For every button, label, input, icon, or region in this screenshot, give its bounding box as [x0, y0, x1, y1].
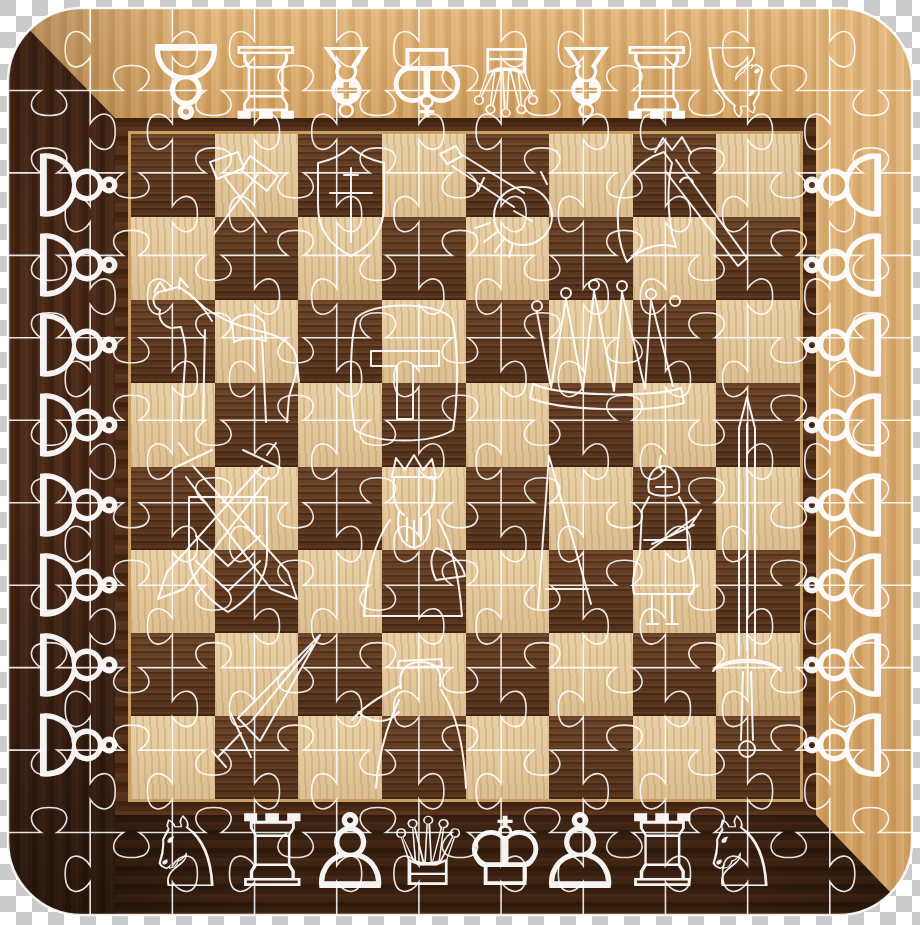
- square-d8: [382, 134, 466, 217]
- square-b4: [215, 467, 299, 550]
- square-a2: [131, 633, 215, 716]
- square-d5: [382, 383, 466, 466]
- square-f4: [549, 467, 633, 550]
- square-c8: [298, 134, 382, 217]
- square-a3: [131, 550, 215, 633]
- square-a7: [131, 217, 215, 300]
- border-wood-left: [8, 8, 115, 915]
- square-f6: [549, 300, 633, 383]
- square-g6: [633, 300, 717, 383]
- square-f1: [549, 716, 633, 799]
- square-c7: [298, 217, 382, 300]
- square-a4: [131, 467, 215, 550]
- square-f5: [549, 383, 633, 466]
- square-g5: [633, 383, 717, 466]
- square-f8: [549, 134, 633, 217]
- square-d7: [382, 217, 466, 300]
- square-b7: [215, 217, 299, 300]
- square-c1: [298, 716, 382, 799]
- square-a8: [131, 134, 215, 217]
- square-h7: [716, 217, 800, 300]
- border-wood-right: [816, 8, 912, 915]
- square-c5: [298, 383, 382, 466]
- square-h1: [716, 716, 800, 799]
- square-e2: [466, 633, 550, 716]
- square-b2: [215, 633, 299, 716]
- square-h2: [716, 633, 800, 716]
- square-d2: [382, 633, 466, 716]
- square-a5: [131, 383, 215, 466]
- square-d1: [382, 716, 466, 799]
- square-g7: [633, 217, 717, 300]
- square-b5: [215, 383, 299, 466]
- square-h6: [716, 300, 800, 383]
- square-e8: [466, 134, 550, 217]
- square-e5: [466, 383, 550, 466]
- jigsaw-puzzle-chessboard-image: { "game": "chess", "description": "Decor…: [0, 0, 920, 925]
- square-d4: [382, 467, 466, 550]
- square-c4: [298, 467, 382, 550]
- square-e4: [466, 467, 550, 550]
- square-g2: [633, 633, 717, 716]
- puzzle-plate: [8, 8, 912, 915]
- square-e7: [466, 217, 550, 300]
- square-b3: [215, 550, 299, 633]
- square-f7: [549, 217, 633, 300]
- square-g8: [633, 134, 717, 217]
- square-b1: [215, 716, 299, 799]
- border-wood-bottom: [8, 815, 912, 915]
- square-g3: [633, 550, 717, 633]
- square-h5: [716, 383, 800, 466]
- chessboard: [128, 131, 803, 802]
- square-c2: [298, 633, 382, 716]
- square-b6: [215, 300, 299, 383]
- square-g4: [633, 467, 717, 550]
- square-f2: [549, 633, 633, 716]
- square-b8: [215, 134, 299, 217]
- square-a1: [131, 716, 215, 799]
- square-c3: [298, 550, 382, 633]
- board-frame: [115, 118, 816, 815]
- square-e6: [466, 300, 550, 383]
- square-e1: [466, 716, 550, 799]
- square-e3: [466, 550, 550, 633]
- square-h8: [716, 134, 800, 217]
- square-g1: [633, 716, 717, 799]
- square-f3: [549, 550, 633, 633]
- square-c6: [298, 300, 382, 383]
- square-d3: [382, 550, 466, 633]
- square-d6: [382, 300, 466, 383]
- square-a6: [131, 300, 215, 383]
- border-wood-top: [8, 8, 912, 118]
- square-h4: [716, 467, 800, 550]
- square-h3: [716, 550, 800, 633]
